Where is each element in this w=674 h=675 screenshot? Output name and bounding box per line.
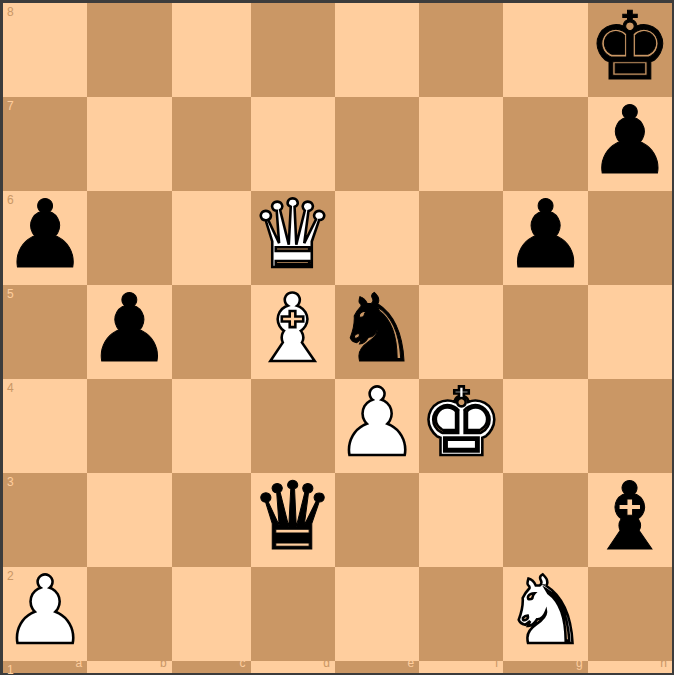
square-g2[interactable]: ♞ <box>503 567 587 661</box>
square-g4[interactable] <box>503 379 587 473</box>
piece-black-pawn[interactable]: ♟ <box>87 282 171 376</box>
piece-black-king[interactable]: ♚ <box>588 0 672 94</box>
rank-label-8: 8 <box>7 6 14 18</box>
square-c3[interactable] <box>172 473 251 567</box>
square-g3[interactable] <box>503 473 587 567</box>
square-h3[interactable]: ♝ <box>588 473 672 567</box>
piece-black-knight[interactable]: ♞ <box>335 282 419 376</box>
piece-white-king[interactable]: ♚ <box>419 376 503 470</box>
square-d1[interactable]: d <box>251 661 335 673</box>
square-d5[interactable]: ♝ <box>251 285 335 379</box>
square-e1[interactable]: e <box>335 661 419 673</box>
piece-black-pawn[interactable]: ♟ <box>503 188 587 282</box>
file-label-f: f <box>495 657 498 669</box>
square-b1[interactable]: b <box>87 661 171 673</box>
chess-board-frame: 8♚7♟6♟♛♟5♟♝♞4♟♚3♛♝2♟♞1abcdefgh <box>0 0 674 675</box>
square-c1[interactable]: c <box>172 661 251 673</box>
rank-label-1: 1 <box>7 664 14 675</box>
rank-label-5: 5 <box>7 288 14 300</box>
square-h7[interactable]: ♟ <box>588 97 672 191</box>
file-label-b: b <box>160 657 167 669</box>
square-a6[interactable]: 6♟ <box>3 191 87 285</box>
piece-black-pawn[interactable]: ♟ <box>588 94 672 188</box>
square-a5[interactable]: 5 <box>3 285 87 379</box>
square-h8[interactable]: ♚ <box>588 3 672 97</box>
piece-black-queen[interactable]: ♛ <box>251 470 335 564</box>
square-b2[interactable] <box>87 567 171 661</box>
piece-black-pawn[interactable]: ♟ <box>3 188 87 282</box>
square-d6[interactable]: ♛ <box>251 191 335 285</box>
piece-white-queen[interactable]: ♛ <box>251 188 335 282</box>
rank-label-4: 4 <box>7 382 14 394</box>
square-c5[interactable] <box>172 285 251 379</box>
square-c6[interactable] <box>172 191 251 285</box>
square-b5[interactable]: ♟ <box>87 285 171 379</box>
square-b8[interactable] <box>87 3 171 97</box>
square-f6[interactable] <box>419 191 503 285</box>
square-e8[interactable] <box>335 3 419 97</box>
square-f4[interactable]: ♚ <box>419 379 503 473</box>
chess-board: 8♚7♟6♟♛♟5♟♝♞4♟♚3♛♝2♟♞1abcdefgh <box>3 3 672 673</box>
file-label-c: c <box>240 657 246 669</box>
square-c4[interactable] <box>172 379 251 473</box>
square-e6[interactable] <box>335 191 419 285</box>
square-d8[interactable] <box>251 3 335 97</box>
square-b7[interactable] <box>87 97 171 191</box>
square-c8[interactable] <box>172 3 251 97</box>
file-label-a: a <box>76 657 83 669</box>
square-g8[interactable] <box>503 3 587 97</box>
piece-white-knight[interactable]: ♞ <box>503 564 587 658</box>
square-g7[interactable] <box>503 97 587 191</box>
square-e5[interactable]: ♞ <box>335 285 419 379</box>
square-a3[interactable]: 3 <box>3 473 87 567</box>
square-e7[interactable] <box>335 97 419 191</box>
square-d3[interactable]: ♛ <box>251 473 335 567</box>
square-a2[interactable]: 2♟ <box>3 567 87 661</box>
square-g1[interactable]: g <box>503 661 587 673</box>
piece-white-pawn[interactable]: ♟ <box>335 376 419 470</box>
square-h1[interactable]: h <box>588 661 672 673</box>
square-b3[interactable] <box>87 473 171 567</box>
square-a4[interactable]: 4 <box>3 379 87 473</box>
square-a8[interactable]: 8 <box>3 3 87 97</box>
file-label-g: g <box>576 657 583 669</box>
file-label-d: d <box>323 657 330 669</box>
square-d4[interactable] <box>251 379 335 473</box>
square-h2[interactable] <box>588 567 672 661</box>
square-c7[interactable] <box>172 97 251 191</box>
square-f7[interactable] <box>419 97 503 191</box>
file-label-e: e <box>407 657 414 669</box>
rank-label-7: 7 <box>7 100 14 112</box>
square-e4[interactable]: ♟ <box>335 379 419 473</box>
square-h5[interactable] <box>588 285 672 379</box>
square-f5[interactable] <box>419 285 503 379</box>
square-h4[interactable] <box>588 379 672 473</box>
square-g6[interactable]: ♟ <box>503 191 587 285</box>
square-f8[interactable] <box>419 3 503 97</box>
file-label-h: h <box>660 657 667 669</box>
square-d2[interactable] <box>251 567 335 661</box>
square-d7[interactable] <box>251 97 335 191</box>
square-f3[interactable] <box>419 473 503 567</box>
square-a1[interactable]: 1a <box>3 661 87 673</box>
square-a7[interactable]: 7 <box>3 97 87 191</box>
square-b4[interactable] <box>87 379 171 473</box>
square-b6[interactable] <box>87 191 171 285</box>
square-e2[interactable] <box>335 567 419 661</box>
rank-label-3: 3 <box>7 476 14 488</box>
square-f2[interactable] <box>419 567 503 661</box>
square-c2[interactable] <box>172 567 251 661</box>
piece-black-bishop[interactable]: ♝ <box>588 470 672 564</box>
square-f1[interactable]: f <box>419 661 503 673</box>
square-e3[interactable] <box>335 473 419 567</box>
square-h6[interactable] <box>588 191 672 285</box>
piece-white-bishop[interactable]: ♝ <box>251 282 335 376</box>
square-g5[interactable] <box>503 285 587 379</box>
piece-white-pawn[interactable]: ♟ <box>3 564 87 658</box>
